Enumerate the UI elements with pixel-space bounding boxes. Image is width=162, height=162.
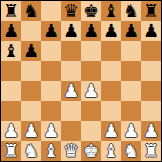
square-a4[interactable] <box>1 81 21 101</box>
square-c3[interactable] <box>41 101 61 121</box>
black-king[interactable]: ♚ <box>83 1 99 21</box>
square-h5[interactable] <box>141 61 161 81</box>
black-pawn[interactable]: ♟ <box>43 21 59 41</box>
square-c5[interactable] <box>41 61 61 81</box>
square-h3[interactable] <box>141 101 161 121</box>
square-c7[interactable]: ♟ <box>41 21 61 41</box>
square-a2[interactable]: ♟ <box>1 121 21 141</box>
square-d5[interactable] <box>61 61 81 81</box>
black-pawn[interactable]: ♟ <box>63 21 79 41</box>
square-f5[interactable] <box>101 61 121 81</box>
square-g6[interactable] <box>121 41 141 61</box>
square-e6[interactable] <box>81 41 101 61</box>
white-pawn[interactable]: ♟ <box>143 121 159 141</box>
square-f4[interactable] <box>101 81 121 101</box>
white-pawn[interactable]: ♟ <box>103 121 119 141</box>
square-a8[interactable]: ♜ <box>1 1 21 21</box>
square-c2[interactable]: ♟ <box>41 121 61 141</box>
square-b8[interactable]: ♞ <box>21 1 41 21</box>
black-pawn[interactable]: ♟ <box>103 21 119 41</box>
square-e3[interactable] <box>81 101 101 121</box>
square-f1[interactable]: ♝ <box>101 141 121 161</box>
white-knight[interactable]: ♞ <box>123 141 139 161</box>
square-a7[interactable]: ♟ <box>1 21 21 41</box>
square-g4[interactable] <box>121 81 141 101</box>
square-d7[interactable]: ♟ <box>61 21 81 41</box>
white-pawn[interactable]: ♟ <box>123 121 139 141</box>
square-h4[interactable] <box>141 81 161 101</box>
square-b3[interactable] <box>21 101 41 121</box>
square-e4[interactable]: ♟ <box>81 81 101 101</box>
white-knight[interactable]: ♞ <box>23 141 39 161</box>
square-f7[interactable]: ♟ <box>101 21 121 41</box>
square-e1[interactable]: ♚ <box>81 141 101 161</box>
white-bishop[interactable]: ♝ <box>103 141 119 161</box>
square-d2[interactable] <box>61 121 81 141</box>
square-g2[interactable]: ♟ <box>121 121 141 141</box>
square-a1[interactable]: ♜ <box>1 141 21 161</box>
square-d3[interactable] <box>61 101 81 121</box>
square-h8[interactable]: ♜ <box>141 1 161 21</box>
white-pawn[interactable]: ♟ <box>23 121 39 141</box>
white-pawn[interactable]: ♟ <box>3 121 19 141</box>
square-b7[interactable] <box>21 21 41 41</box>
white-pawn[interactable]: ♟ <box>83 81 99 101</box>
white-rook[interactable]: ♜ <box>3 141 19 161</box>
black-rook[interactable]: ♜ <box>3 1 19 21</box>
black-pawn[interactable]: ♟ <box>23 41 39 61</box>
white-rook[interactable]: ♜ <box>143 141 159 161</box>
black-pawn[interactable]: ♟ <box>143 21 159 41</box>
square-b5[interactable] <box>21 61 41 81</box>
square-e7[interactable]: ♟ <box>81 21 101 41</box>
square-h6[interactable] <box>141 41 161 61</box>
black-pawn[interactable]: ♟ <box>83 21 99 41</box>
square-c4[interactable] <box>41 81 61 101</box>
black-knight[interactable]: ♞ <box>23 1 39 21</box>
chess-board: ♜♞♛♚♝♞♜♟♟♟♟♟♟♟♝♟♟♟♟♟♟♟♟♟♜♞♝♛♚♝♞♜ <box>0 0 162 162</box>
square-a3[interactable] <box>1 101 21 121</box>
black-knight[interactable]: ♞ <box>123 1 139 21</box>
square-h1[interactable]: ♜ <box>141 141 161 161</box>
square-d1[interactable]: ♛ <box>61 141 81 161</box>
square-g1[interactable]: ♞ <box>121 141 141 161</box>
black-pawn[interactable]: ♟ <box>123 21 139 41</box>
square-e5[interactable] <box>81 61 101 81</box>
square-f6[interactable] <box>101 41 121 61</box>
square-c8[interactable] <box>41 1 61 21</box>
square-h7[interactable]: ♟ <box>141 21 161 41</box>
white-king[interactable]: ♚ <box>83 141 99 161</box>
white-bishop[interactable]: ♝ <box>43 141 59 161</box>
square-f2[interactable]: ♟ <box>101 121 121 141</box>
black-rook[interactable]: ♜ <box>143 1 159 21</box>
square-e8[interactable]: ♚ <box>81 1 101 21</box>
square-b1[interactable]: ♞ <box>21 141 41 161</box>
square-d4[interactable]: ♟ <box>61 81 81 101</box>
black-queen[interactable]: ♛ <box>63 1 79 21</box>
square-e2[interactable] <box>81 121 101 141</box>
square-g5[interactable] <box>121 61 141 81</box>
white-queen[interactable]: ♛ <box>63 141 79 161</box>
black-bishop[interactable]: ♝ <box>103 1 119 21</box>
square-d8[interactable]: ♛ <box>61 1 81 21</box>
square-d6[interactable] <box>61 41 81 61</box>
white-pawn[interactable]: ♟ <box>43 121 59 141</box>
black-pawn[interactable]: ♟ <box>3 21 19 41</box>
square-b4[interactable] <box>21 81 41 101</box>
square-h2[interactable]: ♟ <box>141 121 161 141</box>
square-b6[interactable]: ♟ <box>21 41 41 61</box>
square-g7[interactable]: ♟ <box>121 21 141 41</box>
square-c6[interactable] <box>41 41 61 61</box>
square-f8[interactable]: ♝ <box>101 1 121 21</box>
square-c1[interactable]: ♝ <box>41 141 61 161</box>
square-g3[interactable] <box>121 101 141 121</box>
square-a6[interactable]: ♝ <box>1 41 21 61</box>
square-g8[interactable]: ♞ <box>121 1 141 21</box>
white-pawn[interactable]: ♟ <box>63 81 79 101</box>
square-f3[interactable] <box>101 101 121 121</box>
square-b2[interactable]: ♟ <box>21 121 41 141</box>
black-bishop[interactable]: ♝ <box>3 41 19 61</box>
square-a5[interactable] <box>1 61 21 81</box>
